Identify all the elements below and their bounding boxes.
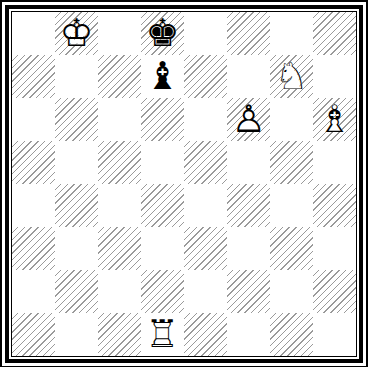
square-c7[interactable] [98,55,141,98]
square-f8[interactable] [227,12,270,55]
square-h3[interactable] [313,227,356,270]
square-b7[interactable] [55,55,98,98]
square-b4[interactable] [55,184,98,227]
chess-board: ♚♔♚♚♝♝♞♘♟♙♝♗♜♖ [11,11,357,357]
chess-diagram-inner-frame: ♚♔♚♚♝♝♞♘♟♙♝♗♜♖ [5,5,363,363]
square-c3[interactable] [98,227,141,270]
square-h4[interactable] [313,184,356,227]
square-a2[interactable] [12,270,55,313]
square-c6[interactable] [98,98,141,141]
square-g7[interactable]: ♞♘ [270,55,313,98]
square-d6[interactable] [141,98,184,141]
chess-diagram-outer-frame: ♚♔♚♚♝♝♞♘♟♙♝♗♜♖ [0,0,368,367]
square-e7[interactable] [184,55,227,98]
square-h2[interactable] [313,270,356,313]
square-e2[interactable] [184,270,227,313]
square-h8[interactable] [313,12,356,55]
square-a4[interactable] [12,184,55,227]
square-d1[interactable]: ♜♖ [141,313,184,356]
square-a7[interactable] [12,55,55,98]
square-c1[interactable] [98,313,141,356]
square-b5[interactable] [55,141,98,184]
square-g8[interactable] [270,12,313,55]
square-g5[interactable] [270,141,313,184]
square-b3[interactable] [55,227,98,270]
piece-glyph: ♔ [55,12,98,55]
piece-glyph: ♖ [141,313,184,356]
piece-white-pawn[interactable]: ♟♙ [227,98,270,141]
square-f1[interactable] [227,313,270,356]
square-f6[interactable]: ♟♙ [227,98,270,141]
square-a1[interactable] [12,313,55,356]
square-a3[interactable] [12,227,55,270]
square-b8[interactable]: ♚♔ [55,12,98,55]
piece-white-king[interactable]: ♚♔ [55,12,98,55]
square-e8[interactable] [184,12,227,55]
square-d4[interactable] [141,184,184,227]
piece-white-knight[interactable]: ♞♘ [270,55,313,98]
square-f7[interactable] [227,55,270,98]
square-f4[interactable] [227,184,270,227]
piece-glyph: ♝ [141,55,184,98]
square-g6[interactable] [270,98,313,141]
piece-glyph: ♙ [227,98,270,141]
piece-glyph: ♘ [270,55,313,98]
square-b2[interactable] [55,270,98,313]
square-f5[interactable] [227,141,270,184]
square-c8[interactable] [98,12,141,55]
square-g2[interactable] [270,270,313,313]
square-g3[interactable] [270,227,313,270]
square-g1[interactable] [270,313,313,356]
piece-glyph: ♚ [141,12,184,55]
square-c5[interactable] [98,141,141,184]
square-a8[interactable] [12,12,55,55]
square-h5[interactable] [313,141,356,184]
square-e3[interactable] [184,227,227,270]
square-c4[interactable] [98,184,141,227]
square-d7[interactable]: ♝♝ [141,55,184,98]
square-b1[interactable] [55,313,98,356]
square-e1[interactable] [184,313,227,356]
square-e6[interactable] [184,98,227,141]
square-h6[interactable]: ♝♗ [313,98,356,141]
square-h7[interactable] [313,55,356,98]
square-d2[interactable] [141,270,184,313]
square-e4[interactable] [184,184,227,227]
square-f3[interactable] [227,227,270,270]
square-d5[interactable] [141,141,184,184]
piece-black-bishop[interactable]: ♝♝ [141,55,184,98]
square-h1[interactable] [313,313,356,356]
square-d8[interactable]: ♚♚ [141,12,184,55]
piece-white-rook[interactable]: ♜♖ [141,313,184,356]
piece-black-king[interactable]: ♚♚ [141,12,184,55]
square-d3[interactable] [141,227,184,270]
square-c2[interactable] [98,270,141,313]
square-e5[interactable] [184,141,227,184]
square-a5[interactable] [12,141,55,184]
square-a6[interactable] [12,98,55,141]
piece-glyph: ♗ [313,98,356,141]
square-f2[interactable] [227,270,270,313]
square-g4[interactable] [270,184,313,227]
piece-white-bishop[interactable]: ♝♗ [313,98,356,141]
square-b6[interactable] [55,98,98,141]
